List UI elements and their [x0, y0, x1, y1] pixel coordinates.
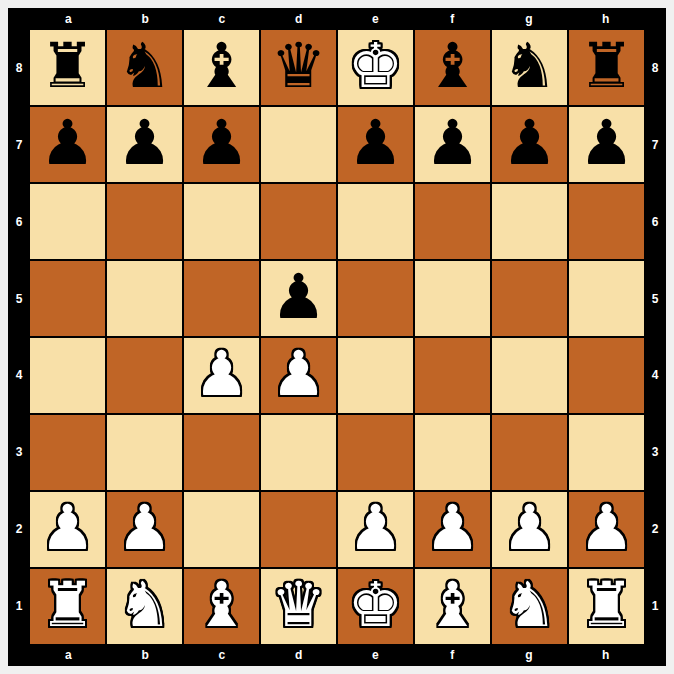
- chess-board: ♜♞♝♛♚♝♞♜♟♟♟♟♟♟♟♟♟♟♟♟♟♟♟♟♜♞♝♛♚♝♞♜: [30, 30, 644, 644]
- piece-white-knight[interactable]: ♞: [117, 569, 173, 642]
- square-c8[interactable]: ♝: [184, 30, 259, 105]
- rank-label-7: 7: [644, 107, 666, 184]
- square-a5[interactable]: [30, 261, 105, 336]
- rank-label-6: 6: [644, 184, 666, 261]
- piece-black-bishop[interactable]: ♝: [194, 30, 250, 103]
- square-d7[interactable]: [261, 107, 336, 182]
- square-c1[interactable]: ♝: [184, 569, 259, 644]
- piece-black-pawn[interactable]: ♟: [502, 107, 558, 180]
- square-h6[interactable]: [569, 184, 644, 259]
- file-label-g: g: [491, 644, 568, 666]
- piece-white-bishop[interactable]: ♝: [194, 569, 250, 642]
- file-label-g: g: [491, 8, 568, 30]
- square-b2[interactable]: ♟: [107, 492, 182, 567]
- file-label-f: f: [414, 644, 491, 666]
- piece-black-pawn[interactable]: ♟: [579, 107, 635, 180]
- piece-black-pawn[interactable]: ♟: [117, 107, 173, 180]
- piece-white-pawn[interactable]: ♟: [348, 492, 404, 565]
- square-e4[interactable]: [338, 338, 413, 413]
- piece-white-rook[interactable]: ♜: [40, 569, 96, 642]
- file-label-f: f: [414, 8, 491, 30]
- rank-label-4: 4: [644, 337, 666, 414]
- file-label-h: h: [567, 8, 644, 30]
- square-h8[interactable]: ♜: [569, 30, 644, 105]
- file-label-c: c: [184, 8, 261, 30]
- square-g1[interactable]: ♞: [492, 569, 567, 644]
- square-c3[interactable]: [184, 415, 259, 490]
- file-label-d: d: [260, 644, 337, 666]
- piece-white-pawn[interactable]: ♟: [117, 492, 173, 565]
- file-labels-top: abcdefgh: [30, 8, 644, 30]
- piece-white-pawn[interactable]: ♟: [194, 338, 250, 411]
- rank-label-5: 5: [8, 260, 30, 337]
- file-label-b: b: [107, 644, 184, 666]
- square-f8[interactable]: ♝: [415, 30, 490, 105]
- file-label-b: b: [107, 8, 184, 30]
- file-label-d: d: [260, 8, 337, 30]
- file-label-a: a: [30, 8, 107, 30]
- square-d2[interactable]: [261, 492, 336, 567]
- piece-white-queen[interactable]: ♛: [271, 569, 327, 642]
- square-g3[interactable]: [492, 415, 567, 490]
- file-label-e: e: [337, 8, 414, 30]
- rank-label-3: 3: [644, 414, 666, 491]
- square-a6[interactable]: [30, 184, 105, 259]
- piece-black-pawn[interactable]: ♟: [348, 107, 404, 180]
- piece-black-bishop[interactable]: ♝: [425, 30, 481, 103]
- square-a7[interactable]: ♟: [30, 107, 105, 182]
- square-g8[interactable]: ♞: [492, 30, 567, 105]
- square-g7[interactable]: ♟: [492, 107, 567, 182]
- rank-label-2: 2: [644, 491, 666, 568]
- piece-white-knight[interactable]: ♞: [502, 569, 558, 642]
- square-h1[interactable]: ♜: [569, 569, 644, 644]
- file-label-c: c: [184, 644, 261, 666]
- square-e5[interactable]: [338, 261, 413, 336]
- square-b7[interactable]: ♟: [107, 107, 182, 182]
- piece-black-pawn[interactable]: ♟: [271, 261, 327, 334]
- square-h4[interactable]: [569, 338, 644, 413]
- piece-white-rook[interactable]: ♜: [579, 569, 635, 642]
- piece-white-pawn[interactable]: ♟: [502, 492, 558, 565]
- piece-white-pawn[interactable]: ♟: [579, 492, 635, 565]
- square-e1[interactable]: ♚: [338, 569, 413, 644]
- square-e2[interactable]: ♟: [338, 492, 413, 567]
- piece-white-pawn[interactable]: ♟: [271, 338, 327, 411]
- rank-labels-right: 87654321: [644, 30, 666, 644]
- square-g5[interactable]: [492, 261, 567, 336]
- square-g2[interactable]: ♟: [492, 492, 567, 567]
- piece-white-king[interactable]: ♚: [348, 569, 404, 642]
- piece-black-pawn[interactable]: ♟: [40, 107, 96, 180]
- piece-white-pawn[interactable]: ♟: [425, 492, 481, 565]
- square-d4[interactable]: ♟: [261, 338, 336, 413]
- square-a2[interactable]: ♟: [30, 492, 105, 567]
- square-f3[interactable]: [415, 415, 490, 490]
- square-f5[interactable]: [415, 261, 490, 336]
- chess-app-window: abcdefgh abcdefgh 87654321 87654321 ♜♞♝♛…: [0, 0, 674, 674]
- square-g4[interactable]: [492, 338, 567, 413]
- square-a8[interactable]: ♜: [30, 30, 105, 105]
- square-a4[interactable]: [30, 338, 105, 413]
- square-g6[interactable]: [492, 184, 567, 259]
- square-e6[interactable]: [338, 184, 413, 259]
- square-b6[interactable]: [107, 184, 182, 259]
- rank-label-6: 6: [8, 184, 30, 261]
- piece-black-rook[interactable]: ♜: [40, 30, 96, 103]
- file-label-e: e: [337, 644, 414, 666]
- square-d6[interactable]: [261, 184, 336, 259]
- square-c4[interactable]: ♟: [184, 338, 259, 413]
- rank-label-4: 4: [8, 337, 30, 414]
- rank-label-7: 7: [8, 107, 30, 184]
- square-a1[interactable]: ♜: [30, 569, 105, 644]
- rank-label-1: 1: [644, 567, 666, 644]
- piece-black-rook[interactable]: ♜: [579, 30, 635, 103]
- square-e7[interactable]: ♟: [338, 107, 413, 182]
- piece-white-bishop[interactable]: ♝: [425, 569, 481, 642]
- square-b3[interactable]: [107, 415, 182, 490]
- square-c6[interactable]: [184, 184, 259, 259]
- rank-label-8: 8: [644, 30, 666, 107]
- square-b8[interactable]: ♞: [107, 30, 182, 105]
- square-b5[interactable]: [107, 261, 182, 336]
- square-h5[interactable]: [569, 261, 644, 336]
- square-h7[interactable]: ♟: [569, 107, 644, 182]
- square-h2[interactable]: ♟: [569, 492, 644, 567]
- piece-black-king[interactable]: ♚: [348, 30, 404, 103]
- file-label-h: h: [567, 644, 644, 666]
- square-c5[interactable]: [184, 261, 259, 336]
- square-a3[interactable]: [30, 415, 105, 490]
- square-h3[interactable]: [569, 415, 644, 490]
- rank-label-8: 8: [8, 30, 30, 107]
- square-c2[interactable]: [184, 492, 259, 567]
- file-label-a: a: [30, 644, 107, 666]
- square-b1[interactable]: ♞: [107, 569, 182, 644]
- square-d1[interactable]: ♛: [261, 569, 336, 644]
- square-d5[interactable]: ♟: [261, 261, 336, 336]
- piece-black-pawn[interactable]: ♟: [425, 107, 481, 180]
- rank-label-5: 5: [644, 260, 666, 337]
- square-d3[interactable]: [261, 415, 336, 490]
- square-b4[interactable]: [107, 338, 182, 413]
- piece-black-knight[interactable]: ♞: [117, 30, 173, 103]
- square-f4[interactable]: [415, 338, 490, 413]
- square-c7[interactable]: ♟: [184, 107, 259, 182]
- file-labels-bottom: abcdefgh: [30, 644, 644, 666]
- square-f6[interactable]: [415, 184, 490, 259]
- piece-white-pawn[interactable]: ♟: [40, 492, 96, 565]
- piece-black-pawn[interactable]: ♟: [194, 107, 250, 180]
- piece-black-queen[interactable]: ♛: [271, 30, 327, 103]
- square-f2[interactable]: ♟: [415, 492, 490, 567]
- rank-label-3: 3: [8, 414, 30, 491]
- square-d8[interactable]: ♛: [261, 30, 336, 105]
- rank-labels-left: 87654321: [8, 30, 30, 644]
- rank-label-2: 2: [8, 491, 30, 568]
- square-e8[interactable]: ♚: [338, 30, 413, 105]
- square-f7[interactable]: ♟: [415, 107, 490, 182]
- rank-label-1: 1: [8, 567, 30, 644]
- piece-black-knight[interactable]: ♞: [502, 30, 558, 103]
- square-f1[interactable]: ♝: [415, 569, 490, 644]
- square-e3[interactable]: [338, 415, 413, 490]
